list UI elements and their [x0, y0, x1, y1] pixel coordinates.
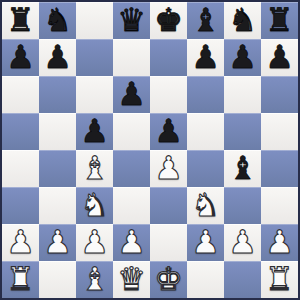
white-queen[interactable]: ♛ [117, 263, 146, 295]
white-pawn[interactable]: ♟ [6, 226, 35, 258]
black-pawn[interactable]: ♟ [80, 115, 109, 147]
square-f2[interactable]: ♟ [187, 224, 224, 261]
square-e4[interactable]: ♟ [150, 150, 187, 187]
square-d6[interactable]: ♟ [113, 76, 150, 113]
square-a5[interactable] [2, 113, 39, 150]
black-knight[interactable]: ♞ [228, 4, 257, 36]
white-bishop[interactable]: ♝ [80, 152, 109, 184]
square-a4[interactable] [2, 150, 39, 187]
white-pawn[interactable]: ♟ [191, 226, 220, 258]
square-f8[interactable]: ♝ [187, 2, 224, 39]
square-h5[interactable] [261, 113, 298, 150]
square-g1[interactable] [224, 261, 261, 298]
square-h1[interactable]: ♜ [261, 261, 298, 298]
square-a3[interactable] [2, 187, 39, 224]
square-c7[interactable] [76, 39, 113, 76]
white-pawn[interactable]: ♟ [80, 226, 109, 258]
black-pawn[interactable]: ♟ [117, 78, 146, 110]
square-f4[interactable] [187, 150, 224, 187]
square-h7[interactable]: ♟ [261, 39, 298, 76]
square-a2[interactable]: ♟ [2, 224, 39, 261]
white-bishop[interactable]: ♝ [80, 263, 109, 295]
square-e2[interactable] [150, 224, 187, 261]
square-f5[interactable] [187, 113, 224, 150]
square-g5[interactable] [224, 113, 261, 150]
black-pawn[interactable]: ♟ [228, 41, 257, 73]
square-b3[interactable] [39, 187, 76, 224]
square-g4[interactable]: ♝ [224, 150, 261, 187]
square-d4[interactable] [113, 150, 150, 187]
square-d2[interactable]: ♟ [113, 224, 150, 261]
square-e1[interactable]: ♚ [150, 261, 187, 298]
black-king[interactable]: ♚ [154, 4, 183, 36]
white-knight[interactable]: ♞ [191, 189, 220, 221]
square-c4[interactable]: ♝ [76, 150, 113, 187]
chess-board: ♜♞♛♚♝♞♜♟♟♟♟♟♟♟♟♝♟♝♞♞♟♟♟♟♟♟♟♜♝♛♚♜ [0, 0, 300, 300]
square-a7[interactable]: ♟ [2, 39, 39, 76]
black-rook[interactable]: ♜ [265, 4, 294, 36]
black-pawn[interactable]: ♟ [191, 41, 220, 73]
black-bishop[interactable]: ♝ [191, 4, 220, 36]
square-d1[interactable]: ♛ [113, 261, 150, 298]
white-pawn[interactable]: ♟ [43, 226, 72, 258]
square-d8[interactable]: ♛ [113, 2, 150, 39]
black-knight[interactable]: ♞ [43, 4, 72, 36]
square-b4[interactable] [39, 150, 76, 187]
square-b1[interactable] [39, 261, 76, 298]
white-king[interactable]: ♚ [154, 263, 183, 295]
black-pawn[interactable]: ♟ [154, 115, 183, 147]
square-b7[interactable]: ♟ [39, 39, 76, 76]
square-g8[interactable]: ♞ [224, 2, 261, 39]
square-h6[interactable] [261, 76, 298, 113]
white-knight[interactable]: ♞ [80, 189, 109, 221]
square-c5[interactable]: ♟ [76, 113, 113, 150]
square-g6[interactable] [224, 76, 261, 113]
square-c2[interactable]: ♟ [76, 224, 113, 261]
square-f3[interactable]: ♞ [187, 187, 224, 224]
square-b6[interactable] [39, 76, 76, 113]
square-b5[interactable] [39, 113, 76, 150]
black-rook[interactable]: ♜ [6, 4, 35, 36]
square-d3[interactable] [113, 187, 150, 224]
square-c8[interactable] [76, 2, 113, 39]
white-rook[interactable]: ♜ [6, 263, 35, 295]
square-e6[interactable] [150, 76, 187, 113]
square-h3[interactable] [261, 187, 298, 224]
square-e8[interactable]: ♚ [150, 2, 187, 39]
square-h2[interactable]: ♟ [261, 224, 298, 261]
black-queen[interactable]: ♛ [117, 4, 146, 36]
square-f6[interactable] [187, 76, 224, 113]
square-b8[interactable]: ♞ [39, 2, 76, 39]
black-bishop[interactable]: ♝ [228, 152, 257, 184]
white-pawn[interactable]: ♟ [117, 226, 146, 258]
black-pawn[interactable]: ♟ [43, 41, 72, 73]
square-b2[interactable]: ♟ [39, 224, 76, 261]
square-h8[interactable]: ♜ [261, 2, 298, 39]
black-pawn[interactable]: ♟ [265, 41, 294, 73]
square-c1[interactable]: ♝ [76, 261, 113, 298]
square-a6[interactable] [2, 76, 39, 113]
black-pawn[interactable]: ♟ [6, 41, 35, 73]
square-c3[interactable]: ♞ [76, 187, 113, 224]
square-g2[interactable]: ♟ [224, 224, 261, 261]
square-a1[interactable]: ♜ [2, 261, 39, 298]
square-c6[interactable] [76, 76, 113, 113]
square-f7[interactable]: ♟ [187, 39, 224, 76]
square-g3[interactable] [224, 187, 261, 224]
square-g7[interactable]: ♟ [224, 39, 261, 76]
square-e3[interactable] [150, 187, 187, 224]
square-f1[interactable] [187, 261, 224, 298]
white-pawn[interactable]: ♟ [154, 152, 183, 184]
white-rook[interactable]: ♜ [265, 263, 294, 295]
square-a8[interactable]: ♜ [2, 2, 39, 39]
white-pawn[interactable]: ♟ [228, 226, 257, 258]
square-e7[interactable] [150, 39, 187, 76]
white-pawn[interactable]: ♟ [265, 226, 294, 258]
square-d5[interactable] [113, 113, 150, 150]
square-h4[interactable] [261, 150, 298, 187]
square-e5[interactable]: ♟ [150, 113, 187, 150]
square-d7[interactable] [113, 39, 150, 76]
